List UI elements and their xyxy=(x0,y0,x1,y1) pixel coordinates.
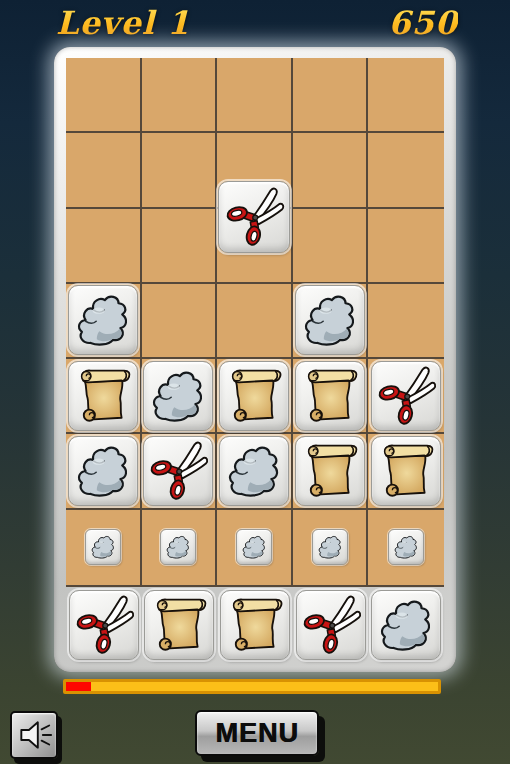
scissors-icon xyxy=(375,365,437,427)
tile-scissors xyxy=(296,590,366,660)
tile-scissors xyxy=(69,590,139,660)
rock-icon xyxy=(72,289,134,351)
cell-r4c1[interactable] xyxy=(142,359,218,434)
cell-r3c2[interactable] xyxy=(217,284,293,359)
progress-bar xyxy=(63,679,441,694)
cell-r2c4[interactable] xyxy=(368,209,444,284)
scissors-icon xyxy=(73,594,135,656)
cell-r5c0[interactable] xyxy=(66,434,142,509)
scissors-icon xyxy=(300,594,362,656)
tile-paper xyxy=(295,436,365,506)
tile-rock-small xyxy=(160,529,196,565)
cell-r2c0[interactable] xyxy=(66,209,142,284)
tile-rock-small xyxy=(85,529,121,565)
cell-r6c0[interactable] xyxy=(66,510,142,585)
tray-cell-c3[interactable] xyxy=(293,587,369,662)
tile-paper xyxy=(219,361,289,431)
paper-icon xyxy=(223,365,285,427)
progress-fill xyxy=(66,682,91,691)
paper-icon xyxy=(224,594,286,656)
speaker-icon xyxy=(15,719,53,751)
tile-paper xyxy=(144,590,214,660)
rock-icon xyxy=(375,594,437,656)
game-screen: Level 1 650 MENU xyxy=(0,0,510,764)
rock-icon xyxy=(316,533,344,561)
falling-tile-scissors[interactable] xyxy=(218,181,290,253)
cell-r1c1[interactable] xyxy=(142,133,218,208)
paper-icon xyxy=(299,440,361,502)
level-label: Level 1 xyxy=(56,4,190,42)
tile-rock xyxy=(68,285,138,355)
cell-r4c0[interactable] xyxy=(66,359,142,434)
paper-icon xyxy=(375,440,437,502)
cell-r6c1[interactable] xyxy=(142,510,218,585)
cell-r0c4[interactable] xyxy=(368,58,444,133)
cell-r4c4[interactable] xyxy=(368,359,444,434)
cell-r5c3[interactable] xyxy=(293,434,369,509)
scissors-icon xyxy=(223,186,285,248)
cell-r1c4[interactable] xyxy=(368,133,444,208)
tile-rock-small xyxy=(312,529,348,565)
tile-paper xyxy=(371,436,441,506)
cell-r2c3[interactable] xyxy=(293,209,369,284)
paper-icon xyxy=(299,365,361,427)
sound-button[interactable] xyxy=(10,711,58,759)
rock-icon xyxy=(72,440,134,502)
board-frame xyxy=(54,47,456,672)
tile-paper xyxy=(295,361,365,431)
tile-rock xyxy=(295,285,365,355)
tile-scissors xyxy=(143,436,213,506)
rock-icon xyxy=(147,365,209,427)
rock-icon xyxy=(240,533,268,561)
score-value: 650 xyxy=(388,4,458,42)
board-grid xyxy=(66,58,444,587)
tile-paper xyxy=(220,590,290,660)
rock-icon xyxy=(299,289,361,351)
board-tray xyxy=(66,587,444,662)
rock-icon xyxy=(89,533,117,561)
scissors-icon xyxy=(147,440,209,502)
cell-r5c4[interactable] xyxy=(368,434,444,509)
cell-r3c1[interactable] xyxy=(142,284,218,359)
cell-r0c1[interactable] xyxy=(142,58,218,133)
cell-r5c2[interactable] xyxy=(217,434,293,509)
cell-r0c0[interactable] xyxy=(66,58,142,133)
cell-r3c3[interactable] xyxy=(293,284,369,359)
cell-r5c1[interactable] xyxy=(142,434,218,509)
tray-cell-c0[interactable] xyxy=(66,587,142,662)
tile-rock xyxy=(143,361,213,431)
cell-r4c2[interactable] xyxy=(217,359,293,434)
cell-r6c4[interactable] xyxy=(368,510,444,585)
rock-icon xyxy=(223,440,285,502)
tray-cell-c2[interactable] xyxy=(217,587,293,662)
tile-paper xyxy=(68,361,138,431)
cell-r6c2[interactable] xyxy=(217,510,293,585)
rock-icon xyxy=(164,533,192,561)
cell-r1c3[interactable] xyxy=(293,133,369,208)
cell-r0c2[interactable] xyxy=(217,58,293,133)
tile-rock-small xyxy=(388,529,424,565)
tray-cell-c1[interactable] xyxy=(142,587,218,662)
tray-cell-c4[interactable] xyxy=(368,587,444,662)
rock-icon xyxy=(392,533,420,561)
cell-r4c3[interactable] xyxy=(293,359,369,434)
cell-r6c3[interactable] xyxy=(293,510,369,585)
paper-icon xyxy=(72,365,134,427)
tile-rock xyxy=(371,590,441,660)
cell-r3c4[interactable] xyxy=(368,284,444,359)
cell-r3c0[interactable] xyxy=(66,284,142,359)
cell-r1c0[interactable] xyxy=(66,133,142,208)
tile-rock xyxy=(68,436,138,506)
tile-rock-small xyxy=(236,529,272,565)
menu-button[interactable]: MENU xyxy=(195,710,319,756)
tile-scissors xyxy=(371,361,441,431)
paper-icon xyxy=(148,594,210,656)
cell-r0c3[interactable] xyxy=(293,58,369,133)
tile-rock xyxy=(219,436,289,506)
cell-r2c1[interactable] xyxy=(142,209,218,284)
